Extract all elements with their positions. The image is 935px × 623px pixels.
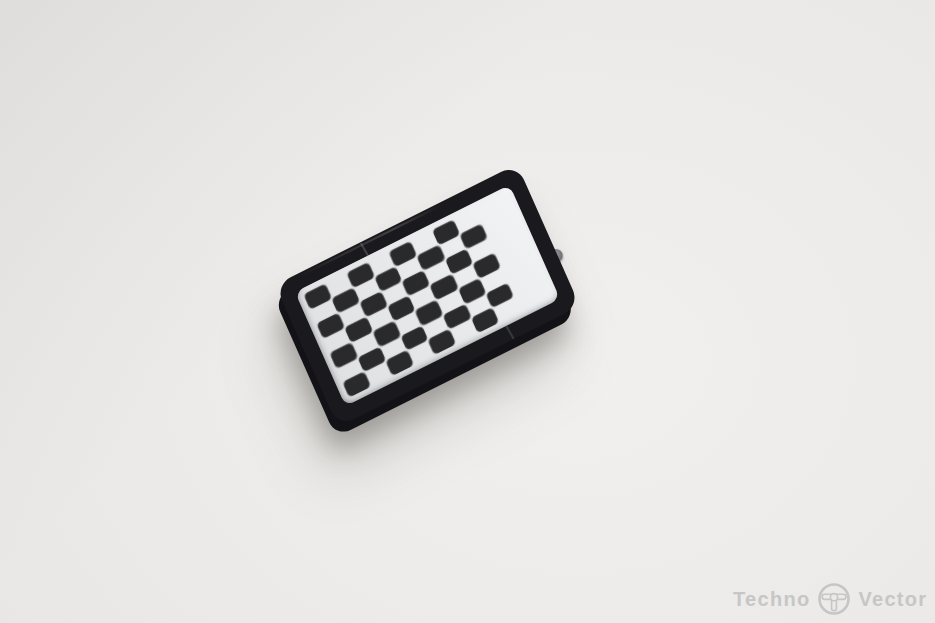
- watermark-techno: Techno: [733, 588, 810, 611]
- board-grid: [304, 209, 520, 397]
- watermark: Techno Vector: [733, 581, 927, 617]
- photo-background: Techno Vector: [0, 0, 935, 623]
- calibration-board: [275, 164, 580, 427]
- steering-wheel-icon: [817, 582, 851, 616]
- watermark-vector: Vector: [858, 588, 927, 611]
- board-frame: [275, 164, 580, 427]
- board-surface: [295, 185, 560, 406]
